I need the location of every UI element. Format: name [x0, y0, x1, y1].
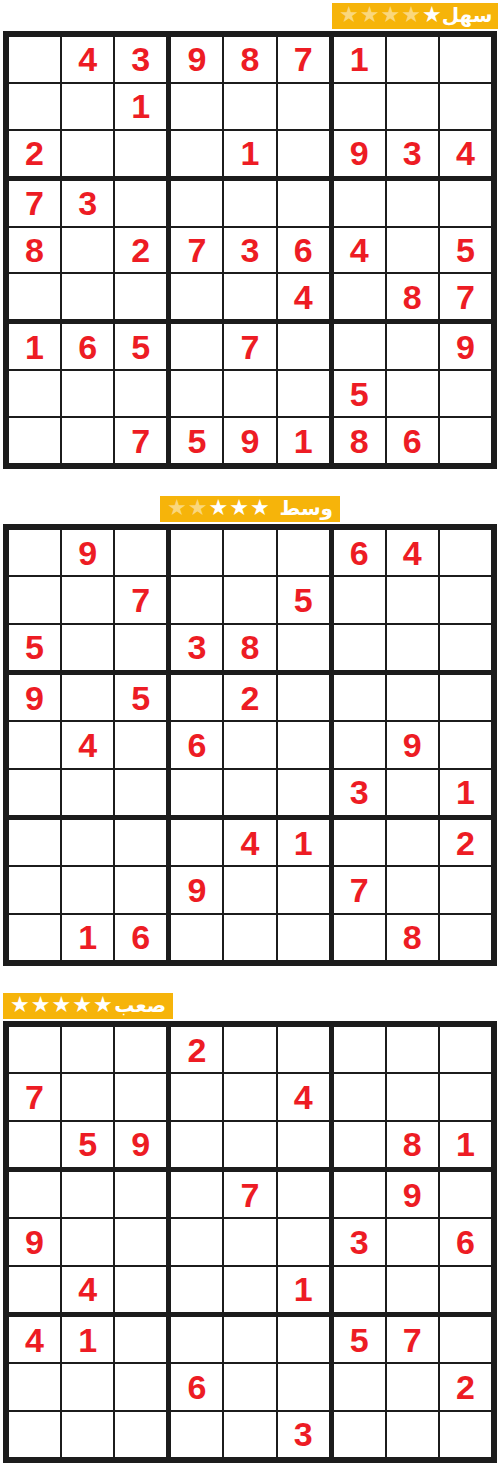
sudoku-cell-easy-r5c8[interactable] — [387, 228, 438, 273]
sudoku-cell-easy-r8c2[interactable] — [62, 371, 113, 416]
sudoku-cell-easy-r7c1[interactable]: 1 — [9, 324, 60, 369]
sudoku-cell-easy-r9c7[interactable]: 8 — [334, 418, 385, 463]
sudoku-cell-hard-r1c7[interactable] — [334, 1027, 385, 1072]
sudoku-cell-easy-r2c1[interactable] — [9, 84, 60, 129]
sudoku-cell-medium-r2c4[interactable] — [171, 577, 222, 622]
sudoku-cell-medium-r2c7[interactable] — [334, 577, 385, 622]
sudoku-cell-easy-r5c1[interactable]: 8 — [9, 228, 60, 273]
sudoku-cell-easy-r9c2[interactable] — [62, 418, 113, 463]
star-rating-medium: ★★★★★ — [167, 498, 270, 520]
sudoku-cell-medium-r4c1[interactable]: 9 — [9, 675, 60, 720]
sudoku-cell-easy-r4c8[interactable] — [387, 181, 438, 226]
sudoku-cell-hard-r3c9[interactable]: 1 — [440, 1122, 491, 1167]
sudoku-cell-medium-r5c4[interactable]: 6 — [171, 722, 222, 767]
sudoku-cell-medium-r2c1[interactable] — [9, 577, 60, 622]
sudoku-cell-easy-r1c1[interactable] — [9, 37, 60, 82]
sudoku-cell-hard-r3c4[interactable] — [171, 1122, 222, 1167]
sudoku-block-3: 81 — [334, 1027, 491, 1167]
sudoku-cell-medium-r9c6[interactable] — [278, 915, 329, 960]
star-rating-easy: ★★★★★ — [339, 5, 442, 27]
sudoku-cell-hard-r1c8[interactable] — [387, 1027, 438, 1072]
star-filled-icon: ★ — [208, 497, 228, 519]
sudoku-block-5: 7364 — [171, 181, 328, 320]
sudoku-cell-medium-r9c7[interactable] — [334, 915, 385, 960]
sudoku-block-5: 71 — [171, 1172, 328, 1312]
sudoku-block-9: 278 — [334, 820, 491, 960]
sudoku-cell-easy-r6c8[interactable]: 8 — [387, 274, 438, 319]
sudoku-cell-hard-r7c6[interactable] — [278, 1317, 329, 1362]
sudoku-cell-medium-r1c4[interactable] — [171, 530, 222, 575]
sudoku-block-1: 759 — [9, 1027, 166, 1167]
sudoku-cell-medium-r7c2[interactable] — [62, 820, 113, 865]
sudoku-cell-hard-r4c8[interactable]: 9 — [387, 1172, 438, 1217]
sudoku-cell-hard-r5c4[interactable] — [171, 1219, 222, 1264]
sudoku-cell-medium-r5c8[interactable]: 9 — [387, 722, 438, 767]
sudoku-cell-medium-r1c7[interactable]: 6 — [334, 530, 385, 575]
sudoku-cell-hard-r2c6[interactable]: 4 — [278, 1074, 329, 1119]
sudoku-cell-medium-r9c8[interactable]: 8 — [387, 915, 438, 960]
sudoku-cell-easy-r4c2[interactable]: 3 — [62, 181, 113, 226]
sudoku-cell-easy-r6c9[interactable]: 7 — [440, 274, 491, 319]
sudoku-cell-easy-r5c9[interactable]: 5 — [440, 228, 491, 273]
sudoku-cell-hard-r8c2[interactable] — [62, 1364, 113, 1409]
sudoku-grid-hard: 759248194719364163572 — [3, 1021, 497, 1463]
sudoku-cell-easy-r4c5[interactable] — [224, 181, 275, 226]
sudoku-cell-medium-r6c7[interactable]: 3 — [334, 770, 385, 815]
sudoku-cell-hard-r7c1[interactable]: 4 — [9, 1317, 60, 1362]
sudoku-cell-medium-r5c9[interactable] — [440, 722, 491, 767]
sudoku-cell-hard-r6c2[interactable]: 4 — [62, 1267, 113, 1312]
sudoku-cell-easy-r4c1[interactable]: 7 — [9, 181, 60, 226]
sudoku-cell-medium-r6c8[interactable] — [387, 770, 438, 815]
sudoku-cell-hard-r3c1[interactable] — [9, 1122, 60, 1167]
sudoku-block-2: 9871 — [171, 37, 328, 176]
sudoku-cell-easy-r3c1[interactable]: 2 — [9, 131, 60, 176]
sudoku-cell-hard-r7c3[interactable] — [115, 1317, 166, 1362]
sudoku-cell-medium-r1c6[interactable] — [278, 530, 329, 575]
sudoku-cell-medium-r3c7[interactable] — [334, 625, 385, 670]
sudoku-cell-medium-r4c2[interactable] — [62, 675, 113, 720]
sudoku-cell-medium-r3c5[interactable]: 8 — [224, 625, 275, 670]
sudoku-cell-medium-r8c4[interactable]: 9 — [171, 867, 222, 912]
sudoku-block-9: 9586 — [334, 324, 491, 463]
sudoku-cell-easy-r7c4[interactable] — [171, 324, 222, 369]
sudoku-cell-hard-r9c5[interactable] — [224, 1412, 275, 1457]
star-filled-icon: ★ — [51, 994, 71, 1016]
sudoku-block-1: 975 — [9, 530, 166, 670]
sudoku-block-2: 538 — [171, 530, 328, 670]
sudoku-cell-medium-r6c3[interactable] — [115, 770, 166, 815]
star-empty-icon: ★ — [188, 497, 208, 519]
sudoku-cell-medium-r8c8[interactable] — [387, 867, 438, 912]
sudoku-cell-medium-r4c8[interactable] — [387, 675, 438, 720]
sudoku-block-6: 931 — [334, 675, 491, 815]
sudoku-cell-medium-r6c2[interactable] — [62, 770, 113, 815]
sudoku-cell-hard-r1c9[interactable] — [440, 1027, 491, 1072]
sudoku-block-7: 41 — [9, 1317, 166, 1457]
sudoku-cell-medium-r4c5[interactable]: 2 — [224, 675, 275, 720]
sudoku-cell-easy-r8c5[interactable] — [224, 371, 275, 416]
sudoku-block-6: 936 — [334, 1172, 491, 1312]
sudoku-cell-easy-r3c8[interactable]: 3 — [387, 131, 438, 176]
sudoku-cell-hard-r5c6[interactable] — [278, 1219, 329, 1264]
sudoku-cell-hard-r8c9[interactable]: 2 — [440, 1364, 491, 1409]
sudoku-cell-hard-r9c7[interactable] — [334, 1412, 385, 1457]
sudoku-cell-medium-r7c6[interactable]: 1 — [278, 820, 329, 865]
sudoku-cell-hard-r8c7[interactable] — [334, 1364, 385, 1409]
sudoku-cell-hard-r5c3[interactable] — [115, 1219, 166, 1264]
sudoku-cell-medium-r3c2[interactable] — [62, 625, 113, 670]
sudoku-cell-hard-r2c8[interactable] — [387, 1074, 438, 1119]
sudoku-cell-medium-r3c6[interactable] — [278, 625, 329, 670]
sudoku-cell-easy-r4c7[interactable] — [334, 181, 385, 226]
sudoku-cell-easy-r5c6[interactable]: 6 — [278, 228, 329, 273]
sudoku-block-6: 4587 — [334, 181, 491, 320]
sudoku-cell-hard-r7c9[interactable] — [440, 1317, 491, 1362]
sudoku-cell-medium-r3c8[interactable] — [387, 625, 438, 670]
sudoku-block-7: 1657 — [9, 324, 166, 463]
sudoku-cell-easy-r4c4[interactable] — [171, 181, 222, 226]
sudoku-cell-easy-r8c7[interactable]: 5 — [334, 371, 385, 416]
sudoku-cell-easy-r9c5[interactable]: 9 — [224, 418, 275, 463]
sudoku-cell-medium-r1c9[interactable] — [440, 530, 491, 575]
star-filled-icon: ★ — [229, 497, 249, 519]
sudoku-cell-medium-r9c4[interactable] — [171, 915, 222, 960]
sudoku-cell-medium-r6c1[interactable] — [9, 770, 60, 815]
sudoku-cell-medium-r3c1[interactable]: 5 — [9, 625, 60, 670]
sudoku-cell-easy-r9c1[interactable] — [9, 418, 60, 463]
sudoku-cell-hard-r3c8[interactable]: 8 — [387, 1122, 438, 1167]
star-empty-icon: ★ — [401, 4, 421, 26]
sudoku-cell-hard-r5c2[interactable] — [62, 1219, 113, 1264]
sudoku-cell-hard-r2c4[interactable] — [171, 1074, 222, 1119]
sudoku-cell-medium-r7c8[interactable] — [387, 820, 438, 865]
sudoku-cell-medium-r5c3[interactable] — [115, 722, 166, 767]
sudoku-cell-easy-r2c8[interactable] — [387, 84, 438, 129]
sudoku-cell-medium-r8c3[interactable] — [115, 867, 166, 912]
sudoku-cell-easy-r4c3[interactable] — [115, 181, 166, 226]
sudoku-cell-easy-r2c9[interactable] — [440, 84, 491, 129]
sudoku-cell-easy-r7c2[interactable]: 6 — [62, 324, 113, 369]
sudoku-cell-easy-r8c4[interactable] — [171, 371, 222, 416]
sudoku-cell-medium-r5c1[interactable] — [9, 722, 60, 767]
sudoku-cell-easy-r6c3[interactable] — [115, 274, 166, 319]
sudoku-cell-easy-r3c9[interactable]: 4 — [440, 131, 491, 176]
sudoku-cell-easy-r6c7[interactable] — [334, 274, 385, 319]
sudoku-cell-hard-r9c8[interactable] — [387, 1412, 438, 1457]
difficulty-banner-easy: ★★★★★ سهل — [332, 3, 498, 29]
sudoku-block-3: 1934 — [334, 37, 491, 176]
sudoku-cell-hard-r2c1[interactable]: 7 — [9, 1074, 60, 1119]
sudoku-cell-hard-r5c8[interactable] — [387, 1219, 438, 1264]
sudoku-cell-hard-r8c8[interactable] — [387, 1364, 438, 1409]
sudoku-block-9: 572 — [334, 1317, 491, 1457]
sudoku-cell-easy-r3c6[interactable] — [278, 131, 329, 176]
sudoku-block-5: 26 — [171, 675, 328, 815]
star-filled-icon: ★ — [93, 994, 113, 1016]
sudoku-cell-medium-r2c5[interactable] — [224, 577, 275, 622]
sudoku-cell-medium-r4c9[interactable] — [440, 675, 491, 720]
sudoku-cell-easy-r7c3[interactable]: 5 — [115, 324, 166, 369]
difficulty-banner-medium: ★★★★★ وسط — [160, 496, 340, 522]
star-rating-hard: ★★★★★ — [10, 995, 113, 1017]
sudoku-cell-easy-r1c3[interactable]: 3 — [115, 37, 166, 82]
sudoku-cell-medium-r1c2[interactable]: 9 — [62, 530, 113, 575]
sudoku-cell-easy-r3c7[interactable]: 9 — [334, 131, 385, 176]
sudoku-cell-hard-r8c6[interactable] — [278, 1364, 329, 1409]
sudoku-block-8: 63 — [171, 1317, 328, 1457]
sudoku-cell-medium-r9c5[interactable] — [224, 915, 275, 960]
star-filled-icon: ★ — [10, 994, 30, 1016]
sudoku-cell-easy-r4c6[interactable] — [278, 181, 329, 226]
sudoku-cell-hard-r7c2[interactable]: 1 — [62, 1317, 113, 1362]
sudoku-block-4: 7382 — [9, 181, 166, 320]
sudoku-cell-easy-r6c4[interactable] — [171, 274, 222, 319]
sudoku-cell-medium-r6c9[interactable]: 1 — [440, 770, 491, 815]
sudoku-cell-easy-r9c8[interactable]: 6 — [387, 418, 438, 463]
sudoku-cell-easy-r8c9[interactable] — [440, 371, 491, 416]
sudoku-cell-medium-r2c6[interactable]: 5 — [278, 577, 329, 622]
sudoku-cell-easy-r1c9[interactable] — [440, 37, 491, 82]
sudoku-block-4: 954 — [9, 675, 166, 815]
sudoku-cell-hard-r7c7[interactable]: 5 — [334, 1317, 385, 1362]
sudoku-cell-medium-r2c2[interactable] — [62, 577, 113, 622]
sudoku-block-8: 419 — [171, 820, 328, 960]
sudoku-cell-easy-r7c9[interactable]: 9 — [440, 324, 491, 369]
difficulty-banner-hard: ★★★★★ صعب — [3, 993, 173, 1019]
sudoku-cell-hard-r4c9[interactable] — [440, 1172, 491, 1217]
sudoku-cell-easy-r7c8[interactable] — [387, 324, 438, 369]
sudoku-cell-medium-r9c3[interactable]: 6 — [115, 915, 166, 960]
sudoku-cell-hard-r1c6[interactable] — [278, 1027, 329, 1072]
sudoku-cell-hard-r9c1[interactable] — [9, 1412, 60, 1457]
sudoku-cell-easy-r1c6[interactable]: 7 — [278, 37, 329, 82]
star-filled-icon: ★ — [72, 994, 92, 1016]
sudoku-cell-hard-r2c2[interactable] — [62, 1074, 113, 1119]
sudoku-cell-hard-r6c5[interactable] — [224, 1267, 275, 1312]
sudoku-cell-hard-r4c4[interactable] — [171, 1172, 222, 1217]
sudoku-cell-medium-r7c1[interactable] — [9, 820, 60, 865]
star-empty-icon: ★ — [380, 4, 400, 26]
sudoku-cell-hard-r9c6[interactable]: 3 — [278, 1412, 329, 1457]
sudoku-cell-easy-r8c6[interactable] — [278, 371, 329, 416]
sudoku-cell-medium-r9c2[interactable]: 1 — [62, 915, 113, 960]
sudoku-cell-medium-r8c1[interactable] — [9, 867, 60, 912]
sudoku-cell-easy-r1c8[interactable] — [387, 37, 438, 82]
sudoku-grid-easy: 431298711934738273644587165775919586 — [3, 31, 497, 469]
sudoku-cell-easy-r7c6[interactable] — [278, 324, 329, 369]
sudoku-cell-easy-r2c5[interactable] — [224, 84, 275, 129]
sudoku-cell-hard-r3c6[interactable] — [278, 1122, 329, 1167]
sudoku-cell-hard-r8c3[interactable] — [115, 1364, 166, 1409]
sudoku-cell-medium-r9c9[interactable] — [440, 915, 491, 960]
star-empty-icon: ★ — [360, 4, 380, 26]
sudoku-cell-medium-r9c1[interactable] — [9, 915, 60, 960]
sudoku-cell-hard-r5c1[interactable]: 9 — [9, 1219, 60, 1264]
difficulty-label-easy: سهل — [442, 5, 493, 25]
star-filled-icon: ★ — [31, 994, 51, 1016]
sudoku-cell-hard-r6c8[interactable] — [387, 1267, 438, 1312]
sudoku-cell-medium-r8c5[interactable] — [224, 867, 275, 912]
sudoku-cell-easy-r8c3[interactable] — [115, 371, 166, 416]
sudoku-cell-easy-r1c5[interactable]: 8 — [224, 37, 275, 82]
sudoku-cell-easy-r3c5[interactable]: 1 — [224, 131, 275, 176]
sudoku-cell-hard-r2c9[interactable] — [440, 1074, 491, 1119]
star-filled-icon: ★ — [422, 4, 442, 26]
sudoku-cell-hard-r2c3[interactable] — [115, 1074, 166, 1119]
sudoku-cell-medium-r4c7[interactable] — [334, 675, 385, 720]
sudoku-cell-easy-r6c1[interactable] — [9, 274, 60, 319]
sudoku-cell-hard-r8c1[interactable] — [9, 1364, 60, 1409]
sudoku-cell-hard-r6c6[interactable]: 1 — [278, 1267, 329, 1312]
sudoku-cell-easy-r9c6[interactable]: 1 — [278, 418, 329, 463]
sudoku-cell-easy-r4c9[interactable] — [440, 181, 491, 226]
sudoku-cell-hard-r6c4[interactable] — [171, 1267, 222, 1312]
sudoku-cell-hard-r8c4[interactable]: 6 — [171, 1364, 222, 1409]
sudoku-cell-hard-r4c3[interactable] — [115, 1172, 166, 1217]
sudoku-cell-medium-r2c3[interactable]: 7 — [115, 577, 166, 622]
difficulty-label-hard: صعب — [114, 995, 166, 1015]
sudoku-cell-hard-r7c4[interactable] — [171, 1317, 222, 1362]
sudoku-cell-medium-r5c7[interactable] — [334, 722, 385, 767]
sudoku-cell-medium-r3c3[interactable] — [115, 625, 166, 670]
sudoku-cell-easy-r1c2[interactable]: 4 — [62, 37, 113, 82]
puzzle-section-easy: ★★★★★ سهل 431298711934738273644587165775… — [0, 3, 500, 469]
sudoku-cell-hard-r3c2[interactable]: 5 — [62, 1122, 113, 1167]
sudoku-grid-medium: 975538649542693116419278 — [3, 524, 497, 966]
sudoku-cell-easy-r7c5[interactable]: 7 — [224, 324, 275, 369]
sudoku-cell-easy-r5c5[interactable]: 3 — [224, 228, 275, 273]
sudoku-cell-hard-r4c2[interactable] — [62, 1172, 113, 1217]
sudoku-cell-easy-r2c6[interactable] — [278, 84, 329, 129]
sudoku-block-1: 4312 — [9, 37, 166, 176]
sudoku-block-3: 64 — [334, 530, 491, 670]
difficulty-label-medium: وسط — [279, 498, 333, 518]
sudoku-cell-medium-r3c9[interactable] — [440, 625, 491, 670]
sudoku-cell-hard-r7c5[interactable] — [224, 1317, 275, 1362]
sudoku-cell-hard-r3c5[interactable] — [224, 1122, 275, 1167]
sudoku-cell-medium-r7c7[interactable] — [334, 820, 385, 865]
sudoku-cell-medium-r8c2[interactable] — [62, 867, 113, 912]
sudoku-cell-medium-r7c4[interactable] — [171, 820, 222, 865]
sudoku-cell-hard-r1c5[interactable] — [224, 1027, 275, 1072]
sudoku-cell-hard-r9c3[interactable] — [115, 1412, 166, 1457]
sudoku-cell-medium-r5c5[interactable] — [224, 722, 275, 767]
sudoku-cell-medium-r4c6[interactable] — [278, 675, 329, 720]
sudoku-block-8: 7591 — [171, 324, 328, 463]
sudoku-cell-easy-r2c7[interactable] — [334, 84, 385, 129]
sudoku-cell-medium-r2c9[interactable] — [440, 577, 491, 622]
sudoku-cell-medium-r4c3[interactable]: 5 — [115, 675, 166, 720]
sudoku-cell-hard-r4c5[interactable]: 7 — [224, 1172, 275, 1217]
sudoku-cell-hard-r5c5[interactable] — [224, 1219, 275, 1264]
sudoku-cell-easy-r9c4[interactable]: 5 — [171, 418, 222, 463]
sudoku-cell-easy-r9c9[interactable] — [440, 418, 491, 463]
sudoku-cell-hard-r2c5[interactable] — [224, 1074, 275, 1119]
star-empty-icon: ★ — [167, 497, 187, 519]
sudoku-cell-hard-r8c5[interactable] — [224, 1364, 275, 1409]
sudoku-cell-medium-r1c8[interactable]: 4 — [387, 530, 438, 575]
sudoku-cell-medium-r7c3[interactable] — [115, 820, 166, 865]
sudoku-cell-easy-r1c7[interactable]: 1 — [334, 37, 385, 82]
sudoku-cell-hard-r6c3[interactable] — [115, 1267, 166, 1312]
sudoku-cell-medium-r6c6[interactable] — [278, 770, 329, 815]
sudoku-cell-easy-r3c3[interactable] — [115, 131, 166, 176]
sudoku-block-2: 24 — [171, 1027, 328, 1167]
sudoku-page: ★★★★★ سهل 431298711934738273644587165775… — [0, 3, 500, 1463]
sudoku-cell-medium-r4c4[interactable] — [171, 675, 222, 720]
sudoku-cell-medium-r2c8[interactable] — [387, 577, 438, 622]
sudoku-cell-hard-r3c3[interactable]: 9 — [115, 1122, 166, 1167]
sudoku-cell-medium-r8c7[interactable]: 7 — [334, 867, 385, 912]
sudoku-cell-hard-r5c9[interactable]: 6 — [440, 1219, 491, 1264]
sudoku-cell-easy-r8c8[interactable] — [387, 371, 438, 416]
puzzle-section-medium: ★★★★★ وسط 975538649542693116419278 — [0, 496, 500, 966]
sudoku-cell-easy-r2c3[interactable]: 1 — [115, 84, 166, 129]
sudoku-cell-easy-r2c4[interactable] — [171, 84, 222, 129]
sudoku-cell-medium-r6c4[interactable] — [171, 770, 222, 815]
star-empty-icon: ★ — [339, 4, 359, 26]
sudoku-cell-easy-r7c7[interactable] — [334, 324, 385, 369]
sudoku-cell-medium-r3c4[interactable]: 3 — [171, 625, 222, 670]
sudoku-cell-medium-r1c3[interactable] — [115, 530, 166, 575]
sudoku-cell-medium-r1c5[interactable] — [224, 530, 275, 575]
sudoku-cell-hard-r9c2[interactable] — [62, 1412, 113, 1457]
sudoku-cell-easy-r5c4[interactable]: 7 — [171, 228, 222, 273]
sudoku-cell-easy-r3c4[interactable] — [171, 131, 222, 176]
sudoku-cell-hard-r3c7[interactable] — [334, 1122, 385, 1167]
sudoku-cell-medium-r7c5[interactable]: 4 — [224, 820, 275, 865]
sudoku-cell-hard-r4c7[interactable] — [334, 1172, 385, 1217]
sudoku-cell-easy-r6c6[interactable]: 4 — [278, 274, 329, 319]
sudoku-cell-medium-r7c9[interactable]: 2 — [440, 820, 491, 865]
sudoku-cell-easy-r5c7[interactable]: 4 — [334, 228, 385, 273]
sudoku-cell-hard-r1c4[interactable]: 2 — [171, 1027, 222, 1072]
sudoku-cell-medium-r1c1[interactable] — [9, 530, 60, 575]
sudoku-cell-hard-r7c8[interactable]: 7 — [387, 1317, 438, 1362]
star-filled-icon: ★ — [250, 497, 270, 519]
sudoku-cell-hard-r1c3[interactable] — [115, 1027, 166, 1072]
sudoku-cell-hard-r1c2[interactable] — [62, 1027, 113, 1072]
sudoku-cell-medium-r6c5[interactable] — [224, 770, 275, 815]
sudoku-cell-easy-r8c1[interactable] — [9, 371, 60, 416]
sudoku-cell-hard-r1c1[interactable] — [9, 1027, 60, 1072]
sudoku-cell-easy-r1c4[interactable]: 9 — [171, 37, 222, 82]
sudoku-cell-hard-r9c9[interactable] — [440, 1412, 491, 1457]
sudoku-cell-easy-r3c2[interactable] — [62, 131, 113, 176]
sudoku-cell-easy-r2c2[interactable] — [62, 84, 113, 129]
sudoku-cell-hard-r2c7[interactable] — [334, 1074, 385, 1119]
sudoku-cell-hard-r5c7[interactable]: 3 — [334, 1219, 385, 1264]
sudoku-cell-hard-r6c7[interactable] — [334, 1267, 385, 1312]
sudoku-cell-medium-r8c9[interactable] — [440, 867, 491, 912]
sudoku-cell-medium-r5c2[interactable]: 4 — [62, 722, 113, 767]
sudoku-cell-medium-r8c6[interactable] — [278, 867, 329, 912]
sudoku-cell-hard-r6c9[interactable] — [440, 1267, 491, 1312]
sudoku-cell-easy-r5c3[interactable]: 2 — [115, 228, 166, 273]
sudoku-cell-easy-r6c2[interactable] — [62, 274, 113, 319]
sudoku-cell-hard-r4c6[interactable] — [278, 1172, 329, 1217]
sudoku-cell-hard-r6c1[interactable] — [9, 1267, 60, 1312]
sudoku-block-7: 16 — [9, 820, 166, 960]
sudoku-cell-medium-r5c6[interactable] — [278, 722, 329, 767]
sudoku-block-4: 94 — [9, 1172, 166, 1312]
sudoku-cell-easy-r5c2[interactable] — [62, 228, 113, 273]
sudoku-cell-hard-r4c1[interactable] — [9, 1172, 60, 1217]
sudoku-cell-easy-r9c3[interactable]: 7 — [115, 418, 166, 463]
sudoku-cell-hard-r9c4[interactable] — [171, 1412, 222, 1457]
sudoku-cell-easy-r6c5[interactable] — [224, 274, 275, 319]
